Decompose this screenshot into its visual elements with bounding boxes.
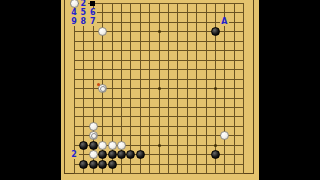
grid-line-vertical [177, 3, 178, 174]
point-label-6[interactable]: 6 [88, 8, 97, 17]
letterbox-left [0, 0, 61, 180]
black-stone [108, 160, 117, 169]
red-dot-marker [97, 83, 100, 86]
point-label-4[interactable]: 4 [70, 8, 79, 17]
white-stone [89, 122, 98, 131]
grid-line-horizontal [74, 173, 244, 174]
grid-line-vertical [196, 3, 197, 174]
point-label-2[interactable]: 2 [70, 150, 79, 159]
last-move-circle-marker [91, 133, 97, 139]
black-stone [98, 160, 107, 169]
black-stone [108, 150, 117, 159]
grid-line-horizontal [74, 98, 244, 99]
white-stone [117, 141, 126, 150]
grid-line-vertical [234, 3, 235, 174]
letterbox-right [259, 0, 320, 180]
white-stone [89, 150, 98, 159]
grid-line-vertical [243, 3, 244, 174]
star-point [158, 144, 161, 147]
black-stone [136, 150, 145, 159]
last-move-circle-marker [100, 86, 106, 92]
star-point [214, 144, 217, 147]
point-label-A[interactable]: A [220, 17, 229, 26]
black-stone [79, 160, 88, 169]
point-label-5[interactable]: 5 [79, 8, 88, 17]
black-stone [89, 141, 98, 150]
go-board[interactable]: 24569872A [61, 0, 259, 180]
point-label-7[interactable]: 7 [88, 17, 97, 26]
grid-line-horizontal [74, 135, 244, 136]
white-stone [108, 141, 117, 150]
grid-line-vertical [206, 3, 207, 174]
grid-line-horizontal [74, 126, 244, 127]
star-point [158, 87, 161, 90]
grid-line-horizontal [74, 116, 244, 117]
white-stone [98, 141, 107, 150]
square-marker [90, 1, 95, 6]
point-label-8[interactable]: 8 [79, 17, 88, 26]
video-frame: 24569872A [0, 0, 320, 180]
grid-line-vertical [168, 3, 169, 174]
grid-line-vertical [187, 3, 188, 174]
black-stone [89, 160, 98, 169]
point-label-2[interactable]: 2 [79, 0, 88, 8]
grid-line-horizontal [74, 107, 244, 108]
grid-line-vertical [224, 3, 225, 174]
point-label-9[interactable]: 9 [70, 17, 79, 26]
